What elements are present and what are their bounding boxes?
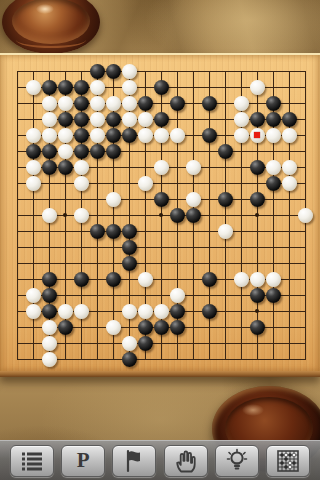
white-stone[interactable] — [250, 272, 265, 287]
black-stone[interactable] — [106, 144, 121, 159]
white-stone[interactable] — [106, 96, 121, 111]
white-stone[interactable] — [74, 208, 89, 223]
black-stone[interactable] — [154, 80, 169, 95]
black-stone[interactable] — [138, 320, 153, 335]
black-stone[interactable] — [42, 144, 57, 159]
white-stone[interactable] — [138, 128, 153, 143]
black-stone[interactable] — [138, 96, 153, 111]
black-stone[interactable] — [106, 224, 121, 239]
black-stone[interactable] — [90, 64, 105, 79]
black-stone[interactable] — [122, 128, 137, 143]
white-stone[interactable] — [42, 96, 57, 111]
white-stone[interactable] — [106, 320, 121, 335]
white-stone[interactable] — [234, 112, 249, 127]
white-stone[interactable] — [122, 96, 137, 111]
black-stone[interactable] — [250, 288, 265, 303]
white-stone[interactable] — [266, 128, 281, 143]
white-stone[interactable] — [138, 304, 153, 319]
black-stone[interactable] — [90, 224, 105, 239]
board-bevel — [0, 371, 320, 377]
white-stone[interactable] — [42, 208, 57, 223]
white-stone[interactable] — [154, 128, 169, 143]
black-stone[interactable] — [218, 192, 233, 207]
black-stone[interactable] — [266, 288, 281, 303]
black-stone[interactable] — [106, 112, 121, 127]
white-stone[interactable] — [74, 176, 89, 191]
black-stone[interactable] — [170, 96, 185, 111]
screen: P — [0, 0, 320, 480]
black-stone[interactable] — [74, 112, 89, 127]
black-stone[interactable] — [74, 96, 89, 111]
white-stone[interactable] — [138, 176, 153, 191]
black-stone[interactable] — [42, 304, 57, 319]
white-stone[interactable] — [186, 160, 201, 175]
white-stone[interactable] — [122, 304, 137, 319]
white-stone[interactable] — [26, 80, 41, 95]
black-stone[interactable] — [122, 256, 137, 271]
black-stone[interactable] — [106, 128, 121, 143]
black-stone[interactable] — [58, 160, 73, 175]
black-stone[interactable] — [186, 208, 201, 223]
black-stone[interactable] — [122, 224, 137, 239]
black-stone[interactable] — [58, 80, 73, 95]
star-point — [255, 213, 259, 217]
black-stone[interactable] — [170, 320, 185, 335]
toolbar: P — [0, 440, 320, 480]
flag-icon — [121, 448, 147, 474]
white-stone[interactable] — [90, 112, 105, 127]
black-stone[interactable] — [26, 144, 41, 159]
pass-button[interactable]: P — [61, 445, 105, 477]
black-stone[interactable] — [74, 272, 89, 287]
white-stone[interactable] — [234, 96, 249, 111]
white-stone[interactable] — [234, 272, 249, 287]
white-stone[interactable] — [58, 144, 73, 159]
white-stone[interactable] — [42, 336, 57, 351]
last-move-marker — [254, 132, 260, 138]
list-icon — [19, 448, 45, 474]
black-stone[interactable] — [122, 240, 137, 255]
black-stone[interactable] — [90, 144, 105, 159]
white-stone[interactable] — [90, 128, 105, 143]
goban-icon — [275, 448, 301, 474]
whole-board-button[interactable] — [266, 445, 310, 477]
white-stone[interactable] — [138, 112, 153, 127]
black-stone[interactable] — [250, 192, 265, 207]
black-stone[interactable] — [218, 144, 233, 159]
black-stone[interactable] — [106, 272, 121, 287]
white-stone[interactable] — [42, 320, 57, 335]
black-stone[interactable] — [74, 128, 89, 143]
black-stone[interactable] — [202, 96, 217, 111]
white-stone[interactable] — [154, 160, 169, 175]
black-stone[interactable] — [202, 272, 217, 287]
black-stone[interactable] — [58, 320, 73, 335]
black-stone[interactable] — [42, 288, 57, 303]
black-stone[interactable] — [122, 352, 137, 367]
white-stone[interactable] — [138, 272, 153, 287]
white-stone[interactable] — [26, 160, 41, 175]
white-stone[interactable] — [282, 160, 297, 175]
black-stone[interactable] — [266, 112, 281, 127]
black-stone[interactable] — [42, 160, 57, 175]
black-stone[interactable] — [58, 112, 73, 127]
play-hand-button[interactable] — [164, 445, 208, 477]
bowl-highlight — [242, 404, 264, 416]
black-stone[interactable] — [74, 144, 89, 159]
letter-p-icon: P — [77, 450, 90, 471]
black-stone[interactable] — [250, 112, 265, 127]
white-stone[interactable] — [122, 80, 137, 95]
black-stone[interactable] — [202, 304, 217, 319]
white-stone[interactable] — [26, 176, 41, 191]
white-stone[interactable] — [282, 176, 297, 191]
resign-button[interactable] — [112, 445, 156, 477]
white-stone[interactable] — [186, 192, 201, 207]
go-board — [0, 53, 320, 377]
black-stone[interactable] — [266, 96, 281, 111]
board-area[interactable] — [0, 55, 320, 371]
black-stone[interactable] — [106, 64, 121, 79]
black-stone[interactable] — [282, 112, 297, 127]
white-stone[interactable] — [74, 160, 89, 175]
white-stone[interactable] — [74, 304, 89, 319]
star-point — [63, 213, 67, 217]
white-stone[interactable] — [42, 128, 57, 143]
black-stone[interactable] — [154, 112, 169, 127]
white-stone[interactable] — [90, 96, 105, 111]
black-stone[interactable] — [42, 272, 57, 287]
black-stone[interactable] — [170, 304, 185, 319]
black-stone[interactable] — [154, 320, 169, 335]
white-stone[interactable] — [26, 304, 41, 319]
white-stone[interactable] — [154, 304, 169, 319]
bowl-highlight — [36, 4, 54, 14]
black-stone[interactable] — [42, 80, 57, 95]
black-stone[interactable] — [250, 160, 265, 175]
white-stone[interactable] — [298, 208, 313, 223]
hint-button[interactable] — [215, 445, 259, 477]
black-stone[interactable] — [154, 192, 169, 207]
white-stone[interactable] — [26, 128, 41, 143]
white-stone[interactable] — [218, 224, 233, 239]
white-stone[interactable] — [58, 128, 73, 143]
black-stone[interactable] — [138, 336, 153, 351]
white-stone[interactable] — [122, 112, 137, 127]
star-point — [159, 213, 163, 217]
white-stone[interactable] — [42, 112, 57, 127]
star-point — [255, 309, 259, 313]
black-stone[interactable] — [250, 320, 265, 335]
bowl-groove — [16, 32, 86, 48]
white-stone[interactable] — [58, 304, 73, 319]
white-stone[interactable] — [266, 160, 281, 175]
lightbulb-icon — [224, 448, 250, 474]
white-stone[interactable] — [42, 352, 57, 367]
white-stone[interactable] — [266, 272, 281, 287]
white-stone[interactable] — [282, 128, 297, 143]
white-stone[interactable] — [106, 192, 121, 207]
hand-icon — [173, 448, 199, 474]
white-stone[interactable] — [122, 64, 137, 79]
white-stone[interactable] — [234, 128, 249, 143]
white-stone[interactable] — [250, 80, 265, 95]
white-stone[interactable] — [170, 128, 185, 143]
black-stone[interactable] — [170, 208, 185, 223]
black-stone[interactable] — [202, 128, 217, 143]
white-stone[interactable] — [170, 288, 185, 303]
white-stone[interactable] — [58, 96, 73, 111]
white-stone[interactable] — [26, 288, 41, 303]
move-list-button[interactable] — [10, 445, 54, 477]
black-stone[interactable] — [266, 176, 281, 191]
white-stone[interactable] — [122, 336, 137, 351]
white-stone[interactable] — [90, 80, 105, 95]
black-stone[interactable] — [74, 80, 89, 95]
